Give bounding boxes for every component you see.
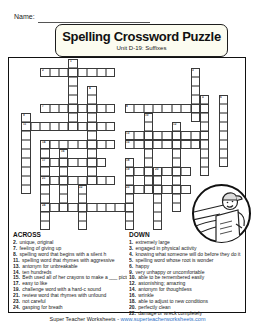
grid-cell[interactable]: 1 — [68, 59, 77, 68]
across-clues: ACROSS 2. unique, original7. feeling of … — [13, 231, 127, 311]
clue-number: 1 — [70, 60, 74, 62]
grid-cell[interactable] — [134, 140, 143, 149]
grid-cell[interactable] — [125, 203, 134, 212]
grid-cell[interactable] — [106, 68, 115, 77]
grid-cell[interactable] — [68, 86, 77, 95]
grid-cell[interactable] — [162, 104, 171, 113]
grid-cell[interactable] — [97, 68, 106, 77]
grid-cell[interactable] — [172, 167, 181, 176]
grid-cell[interactable] — [172, 131, 181, 140]
grid-cell[interactable] — [134, 131, 143, 140]
name-label: Name: — [14, 13, 35, 20]
grid-cell[interactable] — [106, 176, 115, 185]
grid-cell[interactable] — [200, 167, 209, 176]
grid-cell[interactable] — [68, 122, 77, 131]
grid-cell[interactable] — [59, 140, 68, 149]
grid-cell[interactable] — [50, 140, 59, 149]
grid-cell[interactable] — [97, 122, 106, 131]
clue-number: 17 — [42, 159, 46, 161]
clue-number: 3 — [192, 69, 196, 71]
grid-cell[interactable] — [87, 140, 96, 149]
grid-cell[interactable] — [87, 95, 96, 104]
grid-cell[interactable]: 9 — [21, 113, 30, 122]
clue-number: 4 — [89, 87, 93, 89]
clue-number: 18 — [126, 159, 130, 161]
grid-cell[interactable] — [50, 104, 59, 113]
grid-cell[interactable] — [115, 203, 124, 212]
grid-cell[interactable] — [125, 194, 134, 203]
title-box: Spelling Crossword Puzzle Unit D-19: Suf… — [55, 24, 228, 57]
grid-cell[interactable] — [87, 167, 96, 176]
grid-cell[interactable] — [200, 131, 209, 140]
grid-cell[interactable] — [68, 176, 77, 185]
grid-cell[interactable] — [97, 140, 106, 149]
grid-cell[interactable] — [125, 221, 134, 230]
grid-cell[interactable] — [50, 158, 59, 167]
grid-cell[interactable] — [200, 140, 209, 149]
grid-cell[interactable] — [78, 176, 87, 185]
grid-cell[interactable] — [162, 185, 171, 194]
name-write-line[interactable] — [38, 12, 150, 23]
grid-cell[interactable]: 2 — [40, 68, 49, 77]
grid-cell[interactable] — [87, 122, 96, 131]
grid-cell[interactable] — [50, 122, 59, 131]
grid-cell[interactable] — [40, 122, 49, 131]
grid-cell[interactable] — [153, 221, 162, 230]
grid-cell[interactable] — [219, 140, 228, 149]
grid-cell[interactable] — [68, 68, 77, 77]
grid-cell[interactable] — [191, 113, 200, 122]
clue-number: 14 — [42, 141, 46, 143]
clue-number: 6 — [220, 96, 224, 98]
grid-cell[interactable] — [87, 68, 96, 77]
grid-cell[interactable] — [21, 176, 30, 185]
grid-cell[interactable]: 5 — [200, 95, 209, 104]
grid-cell[interactable] — [191, 77, 200, 86]
grid-cell[interactable] — [68, 113, 77, 122]
clue-number: 16 — [61, 150, 65, 152]
grid-cell[interactable] — [153, 185, 162, 194]
grid-cell[interactable]: 8 — [125, 104, 134, 113]
grid-cell[interactable] — [153, 104, 162, 113]
grid-cell[interactable] — [144, 185, 153, 194]
grid-cell[interactable] — [59, 176, 68, 185]
grid-cell[interactable] — [40, 221, 49, 230]
clue-number: 19 — [126, 168, 130, 170]
grid-cell[interactable] — [40, 167, 49, 176]
grid-cell[interactable] — [200, 122, 209, 131]
grid-cell[interactable] — [97, 176, 106, 185]
grid-cell[interactable] — [78, 194, 87, 203]
clue-item: 22. damage or wreck completely — [129, 311, 245, 317]
grid-cell[interactable] — [40, 149, 49, 158]
page-subtitle: Unit D-19: Suffixes — [56, 45, 227, 51]
grid-cell[interactable] — [97, 158, 106, 167]
grid-cell[interactable] — [191, 140, 200, 149]
grid-cell[interactable] — [87, 158, 96, 167]
grid-cell[interactable] — [40, 185, 49, 194]
grid-cell[interactable] — [219, 149, 228, 158]
grid-cell[interactable] — [87, 203, 96, 212]
grid-cell[interactable] — [40, 194, 49, 203]
grid-cell[interactable] — [59, 185, 68, 194]
grid-cell[interactable] — [21, 158, 30, 167]
footer-brand: Super Teacher Worksheets - — [49, 316, 119, 322]
grid-cell[interactable] — [21, 185, 30, 194]
grid-cell[interactable] — [144, 122, 153, 131]
grid-cell[interactable] — [87, 176, 96, 185]
grid-cell[interactable] — [134, 104, 143, 113]
across-list: 2. unique, original7. feeling of giving … — [13, 240, 127, 311]
clue-number: 21 — [42, 177, 46, 179]
footer: Super Teacher Worksheets - www.superteac… — [0, 316, 255, 322]
grid-cell[interactable]: 4 — [87, 86, 96, 95]
grid-cell[interactable] — [59, 122, 68, 131]
grid-cell[interactable] — [87, 104, 96, 113]
grid-cell[interactable] — [21, 131, 30, 140]
grid-cell[interactable] — [200, 158, 209, 167]
clue-number: 15 — [126, 141, 130, 143]
grid-cell[interactable] — [59, 104, 68, 113]
page-title: Spelling Crossword Puzzle — [56, 29, 227, 44]
grid-cell[interactable] — [153, 212, 162, 221]
grid-cell[interactable] — [162, 167, 171, 176]
grid-cell[interactable] — [181, 140, 190, 149]
grid-cell[interactable] — [153, 176, 162, 185]
grid-cell[interactable]: 19 — [125, 167, 134, 176]
grid-cell[interactable] — [219, 131, 228, 140]
grid-cell[interactable] — [172, 140, 181, 149]
grid-cell[interactable] — [134, 185, 143, 194]
grid-cell[interactable] — [78, 104, 87, 113]
cartoon-student-icon — [190, 182, 253, 245]
clue-number: 5 — [202, 96, 206, 98]
grid-cell[interactable] — [59, 194, 68, 203]
clue-number: 10 — [145, 114, 149, 116]
grid-cell[interactable] — [144, 104, 153, 113]
grid-cell[interactable] — [181, 131, 190, 140]
grid-cell[interactable] — [191, 131, 200, 140]
clue-number: 22 — [79, 186, 83, 188]
clue-number: 2 — [42, 69, 46, 71]
grid-cell[interactable] — [200, 104, 209, 113]
grid-cell[interactable] — [172, 185, 181, 194]
grid-cell[interactable] — [97, 203, 106, 212]
grid-cell[interactable] — [125, 176, 134, 185]
grid-cell[interactable] — [59, 203, 68, 212]
grid-cell[interactable] — [68, 140, 77, 149]
grid-cell[interactable] — [59, 158, 68, 167]
grid-cell[interactable] — [59, 68, 68, 77]
grid-cell[interactable] — [172, 104, 181, 113]
grid-cell[interactable] — [21, 140, 30, 149]
grid-cell[interactable] — [144, 131, 153, 140]
grid-cell[interactable] — [134, 167, 143, 176]
grid-cell[interactable] — [172, 176, 181, 185]
grid-cell[interactable] — [68, 104, 77, 113]
grid-cell[interactable] — [68, 158, 77, 167]
grid-cell[interactable] — [181, 104, 190, 113]
grid-cell[interactable] — [153, 203, 162, 212]
clue-item: 24. gasping for breath — [13, 305, 127, 311]
grid-cell[interactable] — [106, 140, 115, 149]
grid-cell[interactable] — [125, 212, 134, 221]
grid-cell[interactable] — [219, 122, 228, 131]
grid-cell[interactable] — [219, 158, 228, 167]
grid-cell[interactable] — [97, 104, 106, 113]
clue-number: 8 — [126, 105, 130, 107]
grid-cell[interactable] — [162, 140, 171, 149]
worksheet-page: Name: Spelling Crossword Puzzle Unit D-1… — [0, 0, 255, 330]
clue-number: 9 — [23, 114, 27, 116]
grid-cell[interactable] — [50, 176, 59, 185]
grid-cell[interactable] — [87, 131, 96, 140]
clue-number: 13 — [126, 132, 130, 134]
grid-cell[interactable] — [68, 95, 77, 104]
grid-cell[interactable]: 21 — [40, 176, 49, 185]
down-list: 1. extremely large3. engaged in physical… — [129, 240, 245, 317]
grid-cell[interactable] — [144, 140, 153, 149]
clue-number: 12 — [173, 123, 177, 125]
clue-number: 11 — [23, 123, 27, 125]
grid-cell[interactable]: 17 — [40, 158, 49, 167]
grid-cell[interactable] — [78, 140, 87, 149]
grid-cell[interactable]: 15 — [125, 140, 134, 149]
grid-cell[interactable] — [153, 194, 162, 203]
grid-cell[interactable] — [172, 203, 181, 212]
grid-cell[interactable] — [78, 203, 87, 212]
grid-cell[interactable]: 6 — [219, 95, 228, 104]
grid-cell[interactable] — [78, 221, 87, 230]
grid-cell[interactable]: 16 — [59, 149, 68, 158]
footer-url-link[interactable]: www.superteacherworksheets.com — [121, 316, 206, 322]
grid-cell[interactable] — [181, 167, 190, 176]
grid-cell[interactable] — [219, 104, 228, 113]
grid-cell[interactable] — [87, 113, 96, 122]
grid-cell[interactable] — [40, 212, 49, 221]
grid-cell[interactable] — [21, 167, 30, 176]
grid-cell[interactable] — [200, 113, 209, 122]
grid-cell[interactable] — [153, 140, 162, 149]
grid-cell[interactable] — [144, 158, 153, 167]
grid-cell[interactable] — [144, 167, 153, 176]
grid-cell[interactable] — [21, 149, 30, 158]
grid-cell[interactable] — [144, 176, 153, 185]
grid-cell[interactable] — [50, 203, 59, 212]
grid-cell[interactable] — [78, 68, 87, 77]
grid-cell[interactable] — [162, 131, 171, 140]
grid-cell[interactable] — [31, 122, 40, 131]
grid-cell[interactable] — [106, 203, 115, 212]
grid-cell[interactable] — [200, 149, 209, 158]
grid-cell[interactable] — [50, 68, 59, 77]
clue-number: 24 — [42, 204, 46, 206]
grid-cell[interactable] — [78, 212, 87, 221]
grid-cell[interactable]: 22 — [78, 185, 87, 194]
grid-cell[interactable] — [191, 86, 200, 95]
grid-cell[interactable]: 11 — [21, 122, 30, 131]
grid-cell[interactable] — [172, 149, 181, 158]
grid-cell[interactable] — [78, 122, 87, 131]
grid-cell[interactable]: 18 — [125, 158, 134, 167]
grid-cell[interactable] — [59, 167, 68, 176]
grid-cell[interactable]: 3 — [191, 68, 200, 77]
grid-cell[interactable]: 7 — [40, 104, 49, 113]
grid-cell[interactable]: 13 — [125, 131, 134, 140]
grid-cell[interactable] — [106, 104, 115, 113]
grid-cell[interactable] — [172, 158, 181, 167]
grid-cell[interactable]: 12 — [172, 122, 181, 131]
grid-cell[interactable] — [144, 149, 153, 158]
grid-cell[interactable] — [78, 158, 87, 167]
grid-cell[interactable] — [68, 77, 77, 86]
grid-cell[interactable]: 14 — [40, 140, 49, 149]
grid-cell[interactable] — [191, 95, 200, 104]
grid-cell[interactable] — [219, 113, 228, 122]
clue-number: 23 — [126, 186, 130, 188]
grid-cell[interactable] — [106, 122, 115, 131]
grid-cell[interactable]: 23 — [125, 185, 134, 194]
grid-cell[interactable]: 20 — [153, 167, 162, 176]
clue-number: 7 — [42, 105, 46, 107]
grid-cell[interactable]: 24 — [40, 203, 49, 212]
grid-cell[interactable] — [191, 104, 200, 113]
across-header: ACROSS — [13, 231, 127, 238]
grid-cell[interactable] — [68, 203, 77, 212]
grid-cell[interactable]: 10 — [144, 113, 153, 122]
grid-cell[interactable] — [87, 149, 96, 158]
clue-number: 20 — [155, 168, 159, 170]
grid-cell[interactable] — [153, 131, 162, 140]
grid-cell[interactable] — [172, 194, 181, 203]
